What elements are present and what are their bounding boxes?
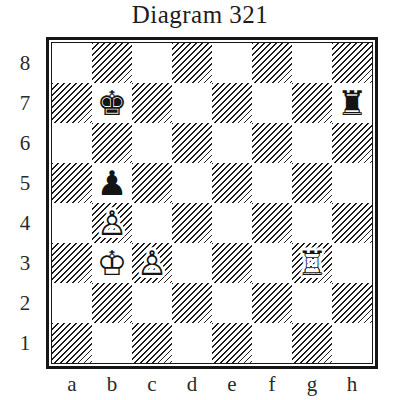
square-g2	[292, 283, 332, 323]
square-f6	[252, 123, 292, 163]
square-g4	[292, 203, 332, 243]
square-g7	[292, 83, 332, 123]
rank-label-5: 5	[13, 163, 37, 203]
square-c6	[132, 123, 172, 163]
square-g3: ♖	[292, 243, 332, 283]
square-g5	[292, 163, 332, 203]
square-h4	[332, 203, 372, 243]
rank-label-4: 4	[13, 203, 37, 243]
square-b5: ♟	[92, 163, 132, 203]
square-h3	[332, 243, 372, 283]
board-frame: ♚♜♟♙♔♙♖	[46, 37, 378, 369]
square-b4: ♙	[92, 203, 132, 243]
piece-white-king-b3: ♔	[97, 243, 127, 283]
square-d2	[172, 283, 212, 323]
square-f7	[252, 83, 292, 123]
piece-white-rook-g3: ♖	[297, 243, 327, 283]
square-f3	[252, 243, 292, 283]
file-label-d: d	[172, 372, 212, 398]
square-f4	[252, 203, 292, 243]
square-d3	[172, 243, 212, 283]
piece-black-pawn-b5: ♟	[97, 163, 127, 203]
rank-label-3: 3	[13, 243, 37, 283]
square-c1	[132, 323, 172, 363]
square-b7: ♚	[92, 83, 132, 123]
file-label-h: h	[332, 372, 372, 398]
square-a3	[52, 243, 92, 283]
file-label-a: a	[52, 372, 92, 398]
square-b1	[92, 323, 132, 363]
square-h2	[332, 283, 372, 323]
square-a1	[52, 323, 92, 363]
rank-label-2: 2	[13, 283, 37, 323]
square-b6	[92, 123, 132, 163]
piece-white-pawn-b4: ♙	[97, 203, 127, 243]
board-inner-frame: ♚♜♟♙♔♙♖	[51, 42, 373, 364]
rank-labels: 87654321	[13, 43, 37, 363]
square-d7	[172, 83, 212, 123]
diagram-page: Diagram 321 87654321 ♚♜♟♙♔♙♖ abcdefgh	[0, 0, 400, 400]
square-e1	[212, 323, 252, 363]
chess-board: ♚♜♟♙♔♙♖	[52, 43, 372, 363]
rank-label-1: 1	[13, 323, 37, 363]
square-g1	[292, 323, 332, 363]
square-c8	[132, 43, 172, 83]
square-e5	[212, 163, 252, 203]
square-h5	[332, 163, 372, 203]
square-a2	[52, 283, 92, 323]
square-a5	[52, 163, 92, 203]
rank-label-6: 6	[13, 123, 37, 163]
square-e4	[212, 203, 252, 243]
file-label-f: f	[252, 372, 292, 398]
square-e3	[212, 243, 252, 283]
diagram-title: Diagram 321	[0, 1, 400, 29]
square-a6	[52, 123, 92, 163]
file-labels: abcdefgh	[52, 372, 372, 398]
square-d4	[172, 203, 212, 243]
square-c5	[132, 163, 172, 203]
square-h1	[332, 323, 372, 363]
piece-black-rook-h7: ♜	[337, 83, 367, 123]
square-e6	[212, 123, 252, 163]
square-h8	[332, 43, 372, 83]
piece-black-king-b7: ♚	[97, 83, 127, 123]
square-a7	[52, 83, 92, 123]
square-b3: ♔	[92, 243, 132, 283]
square-h6	[332, 123, 372, 163]
file-label-e: e	[212, 372, 252, 398]
file-label-b: b	[92, 372, 132, 398]
square-g6	[292, 123, 332, 163]
square-d6	[172, 123, 212, 163]
square-f5	[252, 163, 292, 203]
file-label-g: g	[292, 372, 332, 398]
square-d8	[172, 43, 212, 83]
square-e7	[212, 83, 252, 123]
square-a8	[52, 43, 92, 83]
square-c7	[132, 83, 172, 123]
square-g8	[292, 43, 332, 83]
rank-label-7: 7	[13, 83, 37, 123]
square-d1	[172, 323, 212, 363]
square-a4	[52, 203, 92, 243]
rank-label-8: 8	[13, 43, 37, 83]
file-label-c: c	[132, 372, 172, 398]
square-b8	[92, 43, 132, 83]
square-f8	[252, 43, 292, 83]
square-b2	[92, 283, 132, 323]
square-f1	[252, 323, 292, 363]
square-e2	[212, 283, 252, 323]
square-f2	[252, 283, 292, 323]
square-d5	[172, 163, 212, 203]
square-c2	[132, 283, 172, 323]
square-c3: ♙	[132, 243, 172, 283]
square-h7: ♜	[332, 83, 372, 123]
square-c4	[132, 203, 172, 243]
square-e8	[212, 43, 252, 83]
piece-white-pawn-c3: ♙	[137, 243, 167, 283]
